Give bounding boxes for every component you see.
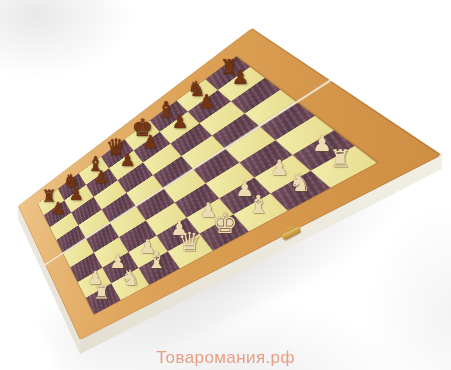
piece-black-pawn[interactable]: ♟ [120,151,136,169]
watermark-text: Товаромания.рф [156,348,295,368]
pieces-layer: ♜♞♝♛♚♝♞♜♟♟♟♟♟♟♟♟♟♟♟♟♟♟♟♟♜♞♝♛♚♝♞♜ [0,0,451,370]
piece-white-knight[interactable]: ♞ [121,267,140,288]
piece-black-pawn[interactable]: ♟ [198,91,215,110]
piece-white-knight[interactable]: ♞ [289,171,311,196]
piece-black-pawn[interactable]: ♟ [232,69,249,88]
piece-white-rook[interactable]: ♜ [93,283,110,303]
piece-white-bishop[interactable]: ♝ [146,249,167,272]
piece-white-bishop[interactable]: ♝ [247,192,270,217]
piece-white-rook[interactable]: ♜ [330,147,352,171]
piece-white-pawn[interactable]: ♟ [270,157,289,178]
piece-black-pawn[interactable]: ♟ [51,201,66,217]
piece-white-queen[interactable]: ♛ [178,230,201,256]
piece-black-pawn[interactable]: ♟ [172,113,189,131]
piece-white-king[interactable]: ♚ [212,209,237,237]
piece-black-pawn[interactable]: ♟ [142,133,158,151]
piece-black-pawn[interactable]: ♟ [94,169,109,186]
piece-black-pawn[interactable]: ♟ [69,185,84,202]
